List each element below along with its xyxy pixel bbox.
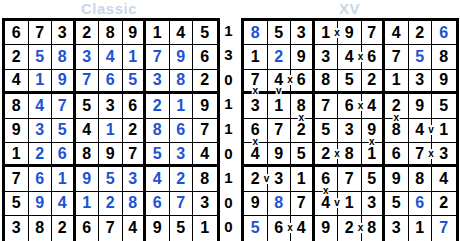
- xv-marker-x: x: [334, 149, 341, 159]
- xv-marker-v: v: [263, 174, 270, 184]
- cell-r6c3: 6: [52, 143, 76, 167]
- given-digit: 7: [12, 171, 21, 187]
- cell-r4c9: 5: [432, 94, 456, 118]
- given-digit: 3: [439, 146, 448, 162]
- cell-r3c7: 3: [146, 70, 170, 94]
- given-digit: 2: [297, 122, 306, 138]
- xv-marker-x: x: [322, 186, 329, 196]
- given-digit: 6: [82, 220, 91, 236]
- cell-r7c8: 8: [409, 167, 433, 191]
- solved-digit: 5: [35, 49, 44, 65]
- given-digit: 4: [345, 49, 354, 65]
- solved-digit: 1: [106, 122, 115, 138]
- given-digit: 8: [345, 146, 354, 162]
- xv-marker-x: x: [393, 113, 400, 123]
- cell-r8c2: 9: [29, 192, 53, 216]
- cell-r4c7: 2x: [385, 94, 409, 118]
- cell-r7c4: 6x: [315, 167, 339, 191]
- given-digit: 2: [367, 72, 376, 88]
- given-digit: 5: [297, 146, 306, 162]
- given-digit: 2: [82, 25, 91, 41]
- xv-marker-x: x: [287, 223, 294, 233]
- given-digit: 9: [251, 195, 260, 211]
- solved-digit: 5: [251, 220, 260, 236]
- cell-r1c3: 3: [52, 21, 76, 45]
- given-digit: 7: [367, 25, 376, 41]
- cell-r6c8: 7x: [409, 143, 433, 167]
- xv-marker-x: x: [298, 113, 305, 123]
- solved-digit: 3: [128, 171, 137, 187]
- given-digit: 9: [274, 146, 283, 162]
- cell-r6c2: 2: [29, 143, 53, 167]
- row-digit-2: 3: [218, 43, 239, 68]
- solved-digit: 1: [82, 195, 91, 211]
- solved-digit: 6: [176, 122, 185, 138]
- cell-r8c4: 1: [76, 192, 100, 216]
- cell-r7c2: 3: [268, 167, 292, 191]
- given-digit: 8: [392, 122, 401, 138]
- given-digit: 4: [251, 146, 260, 162]
- given-digit: 3: [274, 171, 283, 187]
- cell-r3c9: 9: [432, 70, 456, 94]
- cell-r9c8: 5: [170, 216, 194, 240]
- given-digit: 3: [58, 25, 67, 41]
- cell-r6c5: 8: [338, 143, 362, 167]
- given-digit: 8: [12, 98, 21, 114]
- cell-r8c3: 4: [52, 192, 76, 216]
- solved-digit: 7: [153, 49, 162, 65]
- cell-r9c1: 5: [244, 216, 268, 240]
- cell-r4c3: 8x: [291, 94, 315, 118]
- cell-r1c8: 4: [170, 21, 194, 45]
- cell-r7c6: 3: [123, 167, 147, 191]
- solved-digit: 5: [58, 122, 67, 138]
- cell-r4c2: 1: [268, 94, 292, 118]
- given-digit: 7: [321, 98, 330, 114]
- given-digit: 6: [392, 146, 401, 162]
- cell-r4c5: 3: [99, 94, 123, 118]
- cell-r9c7: 9: [146, 216, 170, 240]
- cell-r8c6: 8: [123, 192, 147, 216]
- cell-r6c7: 5: [146, 143, 170, 167]
- given-digit: 5: [321, 122, 330, 138]
- solved-digit: 4: [35, 98, 44, 114]
- cell-r6c9: 4: [193, 143, 217, 167]
- given-digit: 3: [392, 220, 401, 236]
- cell-r4c6: 4: [362, 94, 386, 118]
- cell-r2c7: 7: [385, 45, 409, 69]
- cell-r9c9: 1: [193, 216, 217, 240]
- given-digit: 8: [439, 49, 448, 65]
- solved-digit: 2: [153, 98, 162, 114]
- cell-r1c2: 7: [29, 21, 53, 45]
- given-digit: 6: [367, 49, 376, 65]
- xv-sudoku-grid: 8531x9742612934x67587x4xv6852139318x76x4…: [241, 18, 459, 241]
- xv-marker-x: x: [357, 52, 364, 62]
- cell-r8c8: 6: [409, 192, 433, 216]
- given-digit: 4: [176, 25, 185, 41]
- cell-r8c1: 5: [5, 192, 29, 216]
- cell-r3c1: 7x: [244, 70, 268, 94]
- cell-r2c5: 4x: [338, 45, 362, 69]
- cell-r6c9: 3: [432, 143, 456, 167]
- given-digit: 7: [392, 49, 401, 65]
- given-digit: 5: [274, 25, 283, 41]
- cell-r1c8: 2: [409, 21, 433, 45]
- given-digit: 7: [345, 171, 354, 187]
- row-digit-9: 0: [218, 214, 239, 239]
- cell-r7c3: 1: [291, 167, 315, 191]
- given-digit: 4: [321, 195, 330, 211]
- given-digit: 1: [251, 49, 260, 65]
- cell-r8c7: 5: [385, 192, 409, 216]
- given-digit: 3: [200, 195, 209, 211]
- given-digit: 9: [12, 122, 21, 138]
- cell-r5c8: 4v: [409, 119, 433, 143]
- cell-r6c2: 9: [268, 143, 292, 167]
- cell-r2c6: 1: [123, 45, 147, 69]
- given-digit: 8: [106, 25, 115, 41]
- given-digit: 5: [12, 195, 21, 211]
- given-digit: 7: [415, 146, 424, 162]
- given-digit: 7: [200, 122, 209, 138]
- given-digit: 4: [128, 220, 137, 236]
- cell-r7c6: 5: [362, 167, 386, 191]
- solved-digit: 8: [176, 72, 185, 88]
- cell-r5c9: 7: [193, 119, 217, 143]
- cell-r1c6: 7: [362, 21, 386, 45]
- cell-r3c8: 8: [170, 70, 194, 94]
- given-digit: 8: [200, 171, 209, 187]
- cell-r1c9: 5: [193, 21, 217, 45]
- given-digit: 6: [297, 72, 306, 88]
- given-digit: 1: [345, 195, 354, 211]
- xv-marker-x: x: [252, 86, 259, 96]
- cell-r5c1: 6x: [244, 119, 268, 143]
- solved-digit: 8: [128, 195, 137, 211]
- cell-r3c2: 1: [29, 70, 53, 94]
- solved-digit: 6: [106, 72, 115, 88]
- solved-digit: 7: [176, 195, 185, 211]
- cell-r8c3: 7: [291, 192, 315, 216]
- given-digit: 4: [367, 98, 376, 114]
- solved-digit: 2: [274, 49, 283, 65]
- cell-r4c3: 7: [52, 94, 76, 118]
- given-digit: 6: [200, 49, 209, 65]
- cell-r4c4: 5: [76, 94, 100, 118]
- cell-r8c6: 3: [362, 192, 386, 216]
- xv-marker-x: x: [428, 149, 435, 159]
- given-digit: 4: [415, 122, 424, 138]
- cell-r7c7: 4: [146, 167, 170, 191]
- solved-digit: 6: [439, 25, 448, 41]
- given-digit: 5: [392, 195, 401, 211]
- given-digit: 6: [128, 98, 137, 114]
- cell-r4c6: 6: [123, 94, 147, 118]
- solved-digit: 1: [128, 49, 137, 65]
- xv-marker-x: x: [368, 137, 375, 147]
- given-digit: 5: [200, 25, 209, 41]
- cell-r2c8: 5: [409, 45, 433, 69]
- given-digit: 6: [12, 25, 21, 41]
- cell-r6c4: 8: [76, 143, 100, 167]
- given-digit: 7: [274, 122, 283, 138]
- solved-digit: 7: [439, 220, 448, 236]
- cell-r9c1: 3: [5, 216, 29, 240]
- cell-r6c4: 2x: [315, 143, 339, 167]
- cell-r8c9: 3: [193, 192, 217, 216]
- classic-title: Classic: [2, 0, 216, 17]
- solved-digit: 1: [176, 98, 185, 114]
- cell-r9c6: 8: [362, 216, 386, 240]
- given-digit: 3: [106, 98, 115, 114]
- cell-r9c6: 4: [123, 216, 147, 240]
- cell-r1c5: 9: [338, 21, 362, 45]
- given-digit: 2: [345, 220, 354, 236]
- xv-marker-x: x: [357, 101, 364, 111]
- cell-r9c5: 7: [99, 216, 123, 240]
- given-digit: 1: [439, 122, 448, 138]
- cell-r5c8: 6: [170, 119, 194, 143]
- cell-r9c2: 8: [29, 216, 53, 240]
- cell-r1c7: 4: [385, 21, 409, 45]
- given-digit: 9: [345, 25, 354, 41]
- row-digit-7: 1: [218, 165, 239, 190]
- solved-digit: 4: [58, 195, 67, 211]
- solved-digit: 9: [82, 171, 91, 187]
- cell-r3c3: 6: [291, 70, 315, 94]
- solved-digit: 6: [415, 195, 424, 211]
- cell-r3c8: 3: [409, 70, 433, 94]
- cell-r2c2: 2: [268, 45, 292, 69]
- solved-digit: 4: [153, 171, 162, 187]
- given-digit: 3: [367, 195, 376, 211]
- row-digit-1: 1: [218, 18, 239, 43]
- cell-r9c8: 1: [409, 216, 433, 240]
- given-digit: 9: [439, 72, 448, 88]
- given-digit: 7: [297, 195, 306, 211]
- cell-r7c8: 2: [170, 167, 194, 191]
- cell-r1c5: 8: [99, 21, 123, 45]
- given-digit: 1: [321, 25, 330, 41]
- cell-r9c4: 9: [315, 216, 339, 240]
- given-digit: 1: [153, 25, 162, 41]
- cell-r5c6: 9x: [362, 119, 386, 143]
- cell-r4c2: 4: [29, 94, 53, 118]
- given-digit: 8: [82, 146, 91, 162]
- given-digit: 6: [345, 98, 354, 114]
- xv-title: XV: [241, 0, 458, 17]
- cell-r5c1: 9: [5, 119, 29, 143]
- cell-r4c8: 9: [409, 94, 433, 118]
- given-digit: 2: [58, 220, 67, 236]
- cell-r7c5: 7: [338, 167, 362, 191]
- cell-r6c3: 5: [291, 143, 315, 167]
- cell-r9c2: 6x: [268, 216, 292, 240]
- given-digit: 1: [367, 146, 376, 162]
- cell-r7c9: 4: [432, 167, 456, 191]
- given-digit: 9: [392, 171, 401, 187]
- given-digit: 2: [439, 195, 448, 211]
- classic-sudoku-grid: 6732891452583417964197653828475362199354…: [2, 18, 220, 241]
- cell-r9c9: 7: [432, 216, 456, 240]
- given-digit: 5: [439, 98, 448, 114]
- cell-r1c3: 3: [291, 21, 315, 45]
- given-digit: 3: [251, 98, 260, 114]
- solved-digit: 5: [415, 49, 424, 65]
- solved-digit: 9: [176, 49, 185, 65]
- cell-r5c6: 2: [123, 119, 147, 143]
- xv-marker-x: x: [334, 28, 341, 38]
- cell-r3c6: 2: [362, 70, 386, 94]
- solved-digit: 1: [35, 72, 44, 88]
- cell-r3c5: 5: [338, 70, 362, 94]
- cell-r6c6: 7: [123, 143, 147, 167]
- cell-r3c5: 6: [99, 70, 123, 94]
- cell-r2c9: 8: [432, 45, 456, 69]
- cell-r4c5: 6x: [338, 94, 362, 118]
- given-digit: 4: [392, 25, 401, 41]
- solved-digit: 3: [153, 72, 162, 88]
- cell-r7c5: 5: [99, 167, 123, 191]
- given-digit: 8: [35, 220, 44, 236]
- cell-r2c4: 3: [315, 45, 339, 69]
- given-digit: 3: [345, 122, 354, 138]
- cell-r4c7: 2: [146, 94, 170, 118]
- cell-r7c7: 9: [385, 167, 409, 191]
- xv-marker-v: v: [334, 198, 341, 208]
- xv-marker-v: v: [428, 125, 435, 135]
- cell-r2c4: 3: [76, 45, 100, 69]
- given-digit: 7: [35, 25, 44, 41]
- given-digit: 7: [128, 146, 137, 162]
- given-digit: 8: [321, 72, 330, 88]
- cell-r3c4: 8: [315, 70, 339, 94]
- cell-r2c2: 5: [29, 45, 53, 69]
- given-digit: 6: [274, 220, 283, 236]
- given-digit: 2: [12, 49, 21, 65]
- solved-digit: 6: [58, 146, 67, 162]
- given-digit: 9: [153, 220, 162, 236]
- cell-r5c4: 5: [315, 119, 339, 143]
- cell-r7c4: 9: [76, 167, 100, 191]
- cell-r2c3: 9: [291, 45, 315, 69]
- cell-r1c6: 9: [123, 21, 147, 45]
- given-digit: 3: [415, 72, 424, 88]
- cell-r8c2: 8: [268, 192, 292, 216]
- cell-r2c3: 8: [52, 45, 76, 69]
- solved-digit: 7: [58, 98, 67, 114]
- solved-digit: 1: [58, 171, 67, 187]
- cell-r5c2: 3: [29, 119, 53, 143]
- cell-r6c7: 6: [385, 143, 409, 167]
- cell-r8c8: 7: [170, 192, 194, 216]
- cell-r5c5: 1: [99, 119, 123, 143]
- cell-r4c1: 3: [244, 94, 268, 118]
- given-digit: 8: [415, 171, 424, 187]
- solved-digit: 9: [35, 195, 44, 211]
- xv-marker-x: x: [357, 223, 364, 233]
- xv-marker-x: x: [252, 137, 259, 147]
- cell-r2c1: 1: [244, 45, 268, 69]
- given-digit: 5: [176, 220, 185, 236]
- cell-r1c2: 5: [268, 21, 292, 45]
- given-digit: 9: [200, 98, 209, 114]
- cell-r5c3: 5: [52, 119, 76, 143]
- given-digit: 1: [392, 72, 401, 88]
- solved-digit: 8: [274, 195, 283, 211]
- cell-r4c9: 9: [193, 94, 217, 118]
- cell-r8c5: 1: [338, 192, 362, 216]
- given-digit: 7: [106, 220, 115, 236]
- solved-digit: 5: [106, 171, 115, 187]
- cell-r2c6: 6: [362, 45, 386, 69]
- solved-digit: 8: [58, 49, 67, 65]
- xv-marker-v: v: [275, 86, 282, 96]
- cell-r1c9: 6: [432, 21, 456, 45]
- given-digit: 9: [297, 49, 306, 65]
- cell-r1c1: 6: [5, 21, 29, 45]
- solved-digit: 3: [176, 146, 185, 162]
- cell-r4c1: 8: [5, 94, 29, 118]
- cell-r5c2: 7: [268, 119, 292, 143]
- xv-marker-x: x: [287, 75, 294, 85]
- cell-r2c9: 6: [193, 45, 217, 69]
- cell-r3c3: 9: [52, 70, 76, 94]
- cell-r7c2: 6: [29, 167, 53, 191]
- row-digit-column: 130110100: [218, 18, 239, 239]
- given-digit: 9: [128, 25, 137, 41]
- cell-r7c1: 2v: [244, 167, 268, 191]
- solved-digit: 4: [106, 49, 115, 65]
- sudoku-solution-sheet: Classic XV 67328914525834179641976538284…: [0, 0, 460, 241]
- cell-r3c1: 4: [5, 70, 29, 94]
- cell-r3c2: 4xv: [268, 70, 292, 94]
- given-digit: 5: [367, 171, 376, 187]
- row-digit-4: 1: [218, 92, 239, 117]
- solved-digit: 6: [153, 195, 162, 211]
- cell-r9c4: 6: [76, 216, 100, 240]
- solved-digit: 2: [176, 171, 185, 187]
- solved-digit: 3: [35, 122, 44, 138]
- cell-r1c4: 1x: [315, 21, 339, 45]
- solved-digit: 6: [35, 171, 44, 187]
- given-digit: 3: [297, 25, 306, 41]
- solved-digit: 9: [58, 72, 67, 88]
- solved-digit: 2: [35, 146, 44, 162]
- cell-r4c4: 7: [315, 94, 339, 118]
- cell-r5c9: 1: [432, 119, 456, 143]
- row-digit-3: 0: [218, 67, 239, 92]
- cell-r5c7: 8: [146, 119, 170, 143]
- cell-r9c3: 2: [52, 216, 76, 240]
- cell-r2c8: 9: [170, 45, 194, 69]
- given-digit: 4: [12, 72, 21, 88]
- given-digit: 4: [200, 146, 209, 162]
- cell-r2c5: 4: [99, 45, 123, 69]
- given-digit: 4: [297, 220, 306, 236]
- given-digit: 9: [106, 146, 115, 162]
- given-digit: 1: [12, 146, 21, 162]
- given-digit: 8: [367, 220, 376, 236]
- given-digit: 1: [274, 98, 283, 114]
- given-digit: 5: [345, 72, 354, 88]
- row-digit-5: 1: [218, 116, 239, 141]
- cell-r3c7: 1: [385, 70, 409, 94]
- cell-r1c7: 1: [146, 21, 170, 45]
- cell-r8c1: 9: [244, 192, 268, 216]
- cell-r8c9: 2: [432, 192, 456, 216]
